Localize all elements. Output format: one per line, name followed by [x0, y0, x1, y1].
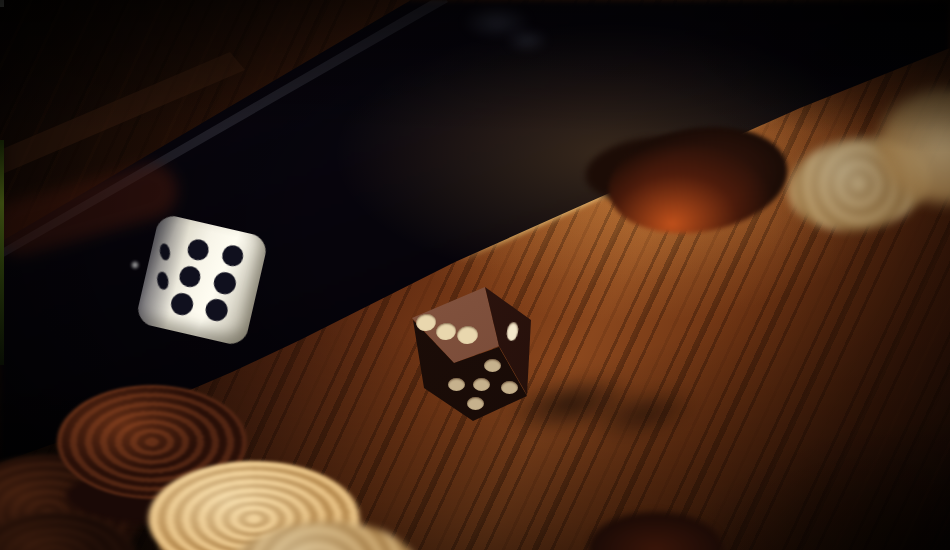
die-pip [220, 243, 245, 268]
die-pip [484, 359, 501, 372]
rail-glint-dot [130, 260, 140, 270]
corner-light-speck [0, 0, 4, 7]
die-pip [473, 378, 490, 391]
die-pip [212, 270, 238, 296]
left-edge-green-sliver [0, 140, 4, 365]
die-pip [203, 297, 229, 323]
die-pip [467, 397, 484, 410]
die-pip [501, 381, 518, 394]
die-pip [448, 378, 465, 391]
backgammon-photo-scene [0, 0, 950, 550]
case-clasp-glint [505, 28, 549, 52]
